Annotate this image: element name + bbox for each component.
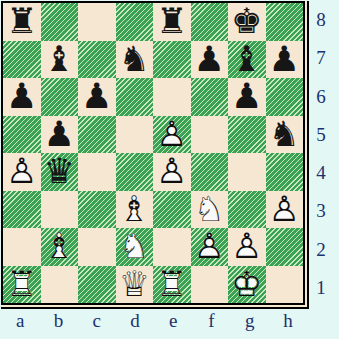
rank-label-5: 5 xyxy=(309,116,333,154)
file-label-e: e xyxy=(154,308,192,334)
black-pawn-piece: ♟ xyxy=(41,116,79,154)
square-c1[interactable] xyxy=(78,266,116,304)
white-bishop-piece: ♝♗ xyxy=(116,191,154,229)
square-f6[interactable] xyxy=(191,78,229,116)
square-g6[interactable]: ♟ xyxy=(228,78,266,116)
square-c3[interactable] xyxy=(78,191,116,229)
white-knight-piece: ♞♘ xyxy=(191,191,229,229)
square-f2[interactable]: ♟♙ xyxy=(191,228,229,266)
rank-labels: 87654321 xyxy=(309,1,333,307)
square-d8[interactable] xyxy=(116,3,154,41)
square-g3[interactable] xyxy=(228,191,266,229)
square-f3[interactable]: ♞♘ xyxy=(191,191,229,229)
square-c4[interactable] xyxy=(78,153,116,191)
file-label-c: c xyxy=(78,308,116,334)
square-h8[interactable] xyxy=(266,3,304,41)
square-h5[interactable]: ♞ xyxy=(266,116,304,154)
square-d5[interactable] xyxy=(116,116,154,154)
black-pawn-piece: ♟ xyxy=(266,41,304,79)
square-d2[interactable]: ♞♘ xyxy=(116,228,154,266)
chess-diagram: ♜♜♚♝♞♟♝♟♟♟♟♟♟♙♞♟♙♛♟♙♝♗♞♘♟♙♝♗♞♘♟♙♟♙♜♖♛♕♜♖… xyxy=(0,0,339,339)
square-d6[interactable] xyxy=(116,78,154,116)
square-e2[interactable] xyxy=(153,228,191,266)
black-pawn-piece: ♟ xyxy=(228,78,266,116)
square-a5[interactable] xyxy=(3,116,41,154)
white-pawn-piece: ♟♙ xyxy=(153,116,191,154)
black-pawn-piece: ♟ xyxy=(3,78,41,116)
square-b5[interactable]: ♟ xyxy=(41,116,79,154)
square-c7[interactable] xyxy=(78,41,116,79)
black-pawn-piece: ♟ xyxy=(191,41,229,79)
square-h6[interactable] xyxy=(266,78,304,116)
square-g4[interactable] xyxy=(228,153,266,191)
black-bishop-piece: ♝ xyxy=(41,41,79,79)
white-pawn-piece: ♟♙ xyxy=(266,191,304,229)
black-queen-piece: ♛ xyxy=(41,153,79,191)
square-g5[interactable] xyxy=(228,116,266,154)
square-g7[interactable]: ♝ xyxy=(228,41,266,79)
white-pawn-piece: ♟♙ xyxy=(3,153,41,191)
file-label-a: a xyxy=(1,308,39,334)
square-a8[interactable]: ♜ xyxy=(3,3,41,41)
square-a7[interactable] xyxy=(3,41,41,79)
board-frame: ♜♜♚♝♞♟♝♟♟♟♟♟♟♙♞♟♙♛♟♙♝♗♞♘♟♙♝♗♞♘♟♙♟♙♜♖♛♕♜♖… xyxy=(1,1,309,309)
square-c2[interactable] xyxy=(78,228,116,266)
square-a1[interactable]: ♜♖ xyxy=(3,266,41,304)
square-e7[interactable] xyxy=(153,41,191,79)
square-f8[interactable] xyxy=(191,3,229,41)
square-b4[interactable]: ♛ xyxy=(41,153,79,191)
square-a4[interactable]: ♟♙ xyxy=(3,153,41,191)
square-g1[interactable]: ♚♔ xyxy=(228,266,266,304)
square-e4[interactable]: ♟♙ xyxy=(153,153,191,191)
square-h3[interactable]: ♟♙ xyxy=(266,191,304,229)
square-h1[interactable] xyxy=(266,266,304,304)
square-h7[interactable]: ♟ xyxy=(266,41,304,79)
square-e1[interactable]: ♜♖ xyxy=(153,266,191,304)
square-b1[interactable] xyxy=(41,266,79,304)
file-label-f: f xyxy=(192,308,230,334)
rank-label-8: 8 xyxy=(309,1,333,39)
white-pawn-piece: ♟♙ xyxy=(228,228,266,266)
square-f4[interactable] xyxy=(191,153,229,191)
square-e5[interactable]: ♟♙ xyxy=(153,116,191,154)
chess-board: ♜♜♚♝♞♟♝♟♟♟♟♟♟♙♞♟♙♛♟♙♝♗♞♘♟♙♝♗♞♘♟♙♟♙♜♖♛♕♜♖… xyxy=(1,1,305,305)
black-king-piece: ♚ xyxy=(228,3,266,41)
square-c5[interactable] xyxy=(78,116,116,154)
square-g8[interactable]: ♚ xyxy=(228,3,266,41)
square-f5[interactable] xyxy=(191,116,229,154)
square-h4[interactable] xyxy=(266,153,304,191)
black-pawn-piece: ♟ xyxy=(78,78,116,116)
rank-label-4: 4 xyxy=(309,154,333,192)
square-e3[interactable] xyxy=(153,191,191,229)
black-bishop-piece: ♝ xyxy=(228,41,266,79)
file-label-d: d xyxy=(116,308,154,334)
square-e8[interactable]: ♜ xyxy=(153,3,191,41)
white-rook-piece: ♜♖ xyxy=(153,266,191,304)
white-knight-piece: ♞♘ xyxy=(116,228,154,266)
square-e6[interactable] xyxy=(153,78,191,116)
square-d1[interactable]: ♛♕ xyxy=(116,266,154,304)
square-g2[interactable]: ♟♙ xyxy=(228,228,266,266)
rank-label-1: 1 xyxy=(309,269,333,307)
square-a3[interactable] xyxy=(3,191,41,229)
rank-label-6: 6 xyxy=(309,78,333,116)
white-queen-piece: ♛♕ xyxy=(116,266,154,304)
file-label-h: h xyxy=(269,308,307,334)
black-rook-piece: ♜ xyxy=(153,3,191,41)
square-b2[interactable]: ♝♗ xyxy=(41,228,79,266)
square-c6[interactable]: ♟ xyxy=(78,78,116,116)
square-f1[interactable] xyxy=(191,266,229,304)
white-king-piece: ♚♔ xyxy=(228,266,266,304)
square-a6[interactable]: ♟ xyxy=(3,78,41,116)
rank-label-7: 7 xyxy=(309,39,333,77)
square-b7[interactable]: ♝ xyxy=(41,41,79,79)
square-d3[interactable]: ♝♗ xyxy=(116,191,154,229)
square-h2[interactable] xyxy=(266,228,304,266)
black-knight-piece: ♞ xyxy=(266,116,304,154)
white-bishop-piece: ♝♗ xyxy=(41,228,79,266)
square-c8[interactable] xyxy=(78,3,116,41)
square-d7[interactable]: ♞ xyxy=(116,41,154,79)
black-rook-piece: ♜ xyxy=(3,3,41,41)
square-b3[interactable] xyxy=(41,191,79,229)
square-b8[interactable] xyxy=(41,3,79,41)
white-rook-piece: ♜♖ xyxy=(3,266,41,304)
square-f7[interactable]: ♟ xyxy=(191,41,229,79)
rank-label-3: 3 xyxy=(309,192,333,230)
square-a2[interactable] xyxy=(3,228,41,266)
white-pawn-piece: ♟♙ xyxy=(191,228,229,266)
file-label-b: b xyxy=(39,308,77,334)
square-b6[interactable] xyxy=(41,78,79,116)
black-knight-piece: ♞ xyxy=(116,41,154,79)
file-labels: abcdefgh xyxy=(1,308,307,334)
white-pawn-piece: ♟♙ xyxy=(153,153,191,191)
rank-label-2: 2 xyxy=(309,231,333,269)
file-label-g: g xyxy=(231,308,269,334)
square-d4[interactable] xyxy=(116,153,154,191)
